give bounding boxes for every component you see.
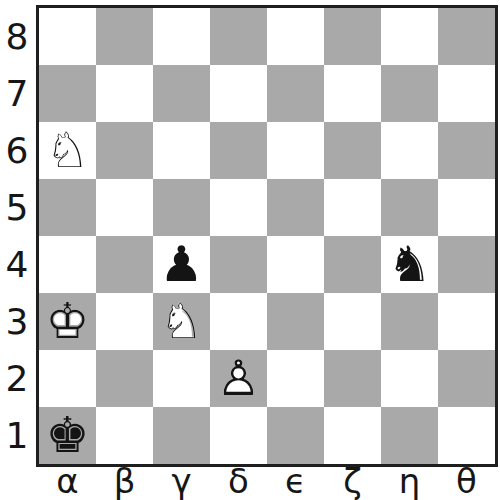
white-knight-icon[interactable]: ♘ (39, 122, 96, 179)
file-label-β: β (96, 463, 153, 499)
square-θ7[interactable] (438, 65, 495, 122)
white-pawn-icon[interactable]: ♙ (210, 350, 267, 407)
square-γ6[interactable] (153, 122, 210, 179)
file-label-η: η (381, 463, 438, 499)
square-ζ6[interactable] (324, 122, 381, 179)
square-θ5[interactable] (438, 179, 495, 236)
square-δ3[interactable] (210, 293, 267, 350)
square-γ2[interactable] (153, 350, 210, 407)
file-label-γ: γ (153, 463, 210, 499)
white-king-icon[interactable]: ♔ (39, 293, 96, 350)
square-ζ7[interactable] (324, 65, 381, 122)
square-β6[interactable] (96, 122, 153, 179)
square-β8[interactable] (96, 8, 153, 65)
square-δ5[interactable] (210, 179, 267, 236)
rank-label-4: 4 (0, 236, 34, 293)
square-ζ8[interactable] (324, 8, 381, 65)
square-γ4[interactable]: ♟ (153, 236, 210, 293)
rank-label-5: 5 (0, 179, 34, 236)
square-η5[interactable] (381, 179, 438, 236)
square-γ5[interactable] (153, 179, 210, 236)
square-β2[interactable] (96, 350, 153, 407)
square-α2[interactable] (39, 350, 96, 407)
rank-labels: 87654321 (0, 8, 34, 464)
square-θ4[interactable] (438, 236, 495, 293)
file-labels: αβγδϵζηθ (39, 463, 495, 499)
white-knight-icon[interactable]: ♘ (153, 293, 210, 350)
rank-label-8: 8 (0, 8, 34, 65)
square-δ1[interactable] (210, 407, 267, 464)
rank-label-7: 7 (0, 65, 34, 122)
square-γ1[interactable] (153, 407, 210, 464)
rank-label-2: 2 (0, 350, 34, 407)
square-η1[interactable] (381, 407, 438, 464)
square-β3[interactable] (96, 293, 153, 350)
square-ζ1[interactable] (324, 407, 381, 464)
square-ϵ5[interactable] (267, 179, 324, 236)
black-knight-icon[interactable]: ♞ (381, 236, 438, 293)
square-θ3[interactable] (438, 293, 495, 350)
black-pawn-icon[interactable]: ♟ (153, 236, 210, 293)
square-θ1[interactable] (438, 407, 495, 464)
square-α8[interactable] (39, 8, 96, 65)
square-ϵ1[interactable] (267, 407, 324, 464)
file-label-θ: θ (438, 463, 495, 499)
square-β4[interactable] (96, 236, 153, 293)
square-β7[interactable] (96, 65, 153, 122)
square-γ8[interactable] (153, 8, 210, 65)
square-η3[interactable] (381, 293, 438, 350)
rank-label-6: 6 (0, 122, 34, 179)
square-ζ4[interactable] (324, 236, 381, 293)
file-label-ϵ: ϵ (267, 463, 324, 499)
square-γ3[interactable]: ♞♘ (153, 293, 210, 350)
square-β1[interactable] (96, 407, 153, 464)
square-α5[interactable] (39, 179, 96, 236)
square-δ8[interactable] (210, 8, 267, 65)
square-η2[interactable] (381, 350, 438, 407)
square-η8[interactable] (381, 8, 438, 65)
square-θ8[interactable] (438, 8, 495, 65)
square-ϵ8[interactable] (267, 8, 324, 65)
square-δ6[interactable] (210, 122, 267, 179)
square-ϵ4[interactable] (267, 236, 324, 293)
black-king-icon[interactable]: ♚ (39, 407, 96, 464)
square-δ2[interactable]: ♟♙ (210, 350, 267, 407)
square-γ7[interactable] (153, 65, 210, 122)
square-ϵ7[interactable] (267, 65, 324, 122)
square-η4[interactable]: ♞ (381, 236, 438, 293)
square-ζ5[interactable] (324, 179, 381, 236)
square-ϵ2[interactable] (267, 350, 324, 407)
square-ζ3[interactable] (324, 293, 381, 350)
square-ϵ6[interactable] (267, 122, 324, 179)
square-δ4[interactable] (210, 236, 267, 293)
square-η7[interactable] (381, 65, 438, 122)
square-ϵ3[interactable] (267, 293, 324, 350)
chess-diagram: 87654321 ♞♘♟♞♚♔♞♘♟♙♚ αβγδϵζηθ (0, 0, 500, 500)
file-label-δ: δ (210, 463, 267, 499)
square-δ7[interactable] (210, 65, 267, 122)
rank-label-1: 1 (0, 407, 34, 464)
square-θ2[interactable] (438, 350, 495, 407)
square-ζ2[interactable] (324, 350, 381, 407)
file-label-ζ: ζ (324, 463, 381, 499)
rank-label-3: 3 (0, 293, 34, 350)
square-θ6[interactable] (438, 122, 495, 179)
square-α7[interactable] (39, 65, 96, 122)
square-α6[interactable]: ♞♘ (39, 122, 96, 179)
square-α4[interactable] (39, 236, 96, 293)
square-α3[interactable]: ♚♔ (39, 293, 96, 350)
chess-board: ♞♘♟♞♚♔♞♘♟♙♚ (36, 5, 498, 467)
file-label-α: α (39, 463, 96, 499)
square-η6[interactable] (381, 122, 438, 179)
square-α1[interactable]: ♚ (39, 407, 96, 464)
square-β5[interactable] (96, 179, 153, 236)
